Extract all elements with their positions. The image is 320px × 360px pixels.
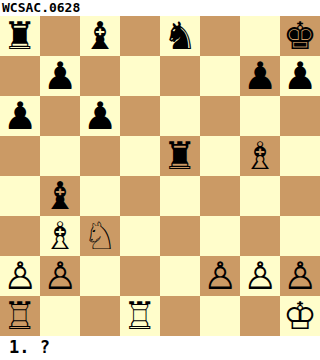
square-f8[interactable] bbox=[200, 16, 240, 56]
square-e1[interactable] bbox=[160, 296, 200, 336]
white-pawn-piece[interactable]: ♙ bbox=[43, 256, 77, 296]
square-h6[interactable] bbox=[280, 96, 320, 136]
black-knight-piece[interactable]: ♞ bbox=[163, 16, 197, 56]
square-g5[interactable]: ♗ bbox=[240, 136, 280, 176]
white-pawn-piece[interactable]: ♙ bbox=[283, 256, 317, 296]
square-a6[interactable]: ♟ bbox=[0, 96, 40, 136]
move-prompt: 1. ? bbox=[0, 336, 320, 360]
square-b5[interactable] bbox=[40, 136, 80, 176]
square-a5[interactable] bbox=[0, 136, 40, 176]
square-f7[interactable] bbox=[200, 56, 240, 96]
square-d1[interactable]: ♖ bbox=[120, 296, 160, 336]
square-f1[interactable] bbox=[200, 296, 240, 336]
white-rook-piece[interactable]: ♖ bbox=[123, 296, 157, 336]
black-pawn-piece[interactable]: ♟ bbox=[83, 96, 117, 136]
square-h7[interactable]: ♟ bbox=[280, 56, 320, 96]
square-g1[interactable] bbox=[240, 296, 280, 336]
square-d8[interactable] bbox=[120, 16, 160, 56]
white-king-piece[interactable]: ♔ bbox=[283, 296, 317, 336]
square-e7[interactable] bbox=[160, 56, 200, 96]
square-d7[interactable] bbox=[120, 56, 160, 96]
square-f4[interactable] bbox=[200, 176, 240, 216]
square-d2[interactable] bbox=[120, 256, 160, 296]
square-c7[interactable] bbox=[80, 56, 120, 96]
square-c4[interactable] bbox=[80, 176, 120, 216]
square-a2[interactable]: ♙ bbox=[0, 256, 40, 296]
black-pawn-piece[interactable]: ♟ bbox=[283, 56, 317, 96]
square-c5[interactable] bbox=[80, 136, 120, 176]
white-pawn-piece[interactable]: ♙ bbox=[3, 256, 37, 296]
white-rook-piece[interactable]: ♖ bbox=[3, 296, 37, 336]
square-c6[interactable]: ♟ bbox=[80, 96, 120, 136]
black-bishop-piece[interactable]: ♝ bbox=[83, 16, 117, 56]
square-b1[interactable] bbox=[40, 296, 80, 336]
black-rook-piece[interactable]: ♜ bbox=[3, 16, 37, 56]
square-d4[interactable] bbox=[120, 176, 160, 216]
black-pawn-piece[interactable]: ♟ bbox=[243, 56, 277, 96]
square-e2[interactable] bbox=[160, 256, 200, 296]
square-c2[interactable] bbox=[80, 256, 120, 296]
square-h2[interactable]: ♙ bbox=[280, 256, 320, 296]
square-e3[interactable] bbox=[160, 216, 200, 256]
black-pawn-piece[interactable]: ♟ bbox=[43, 56, 77, 96]
square-c1[interactable] bbox=[80, 296, 120, 336]
square-d5[interactable] bbox=[120, 136, 160, 176]
black-bishop-piece[interactable]: ♝ bbox=[43, 176, 77, 216]
square-a8[interactable]: ♜ bbox=[0, 16, 40, 56]
square-b2[interactable]: ♙ bbox=[40, 256, 80, 296]
square-h8[interactable]: ♚ bbox=[280, 16, 320, 56]
square-a7[interactable] bbox=[0, 56, 40, 96]
square-b3[interactable]: ♗ bbox=[40, 216, 80, 256]
chess-board: ♜♝♞♚♟♟♟♟♟♜♗♝♗♘♙♙♙♙♙♖♖♔ bbox=[0, 16, 320, 336]
square-c3[interactable]: ♘ bbox=[80, 216, 120, 256]
black-rook-piece[interactable]: ♜ bbox=[163, 136, 197, 176]
square-a1[interactable]: ♖ bbox=[0, 296, 40, 336]
square-e6[interactable] bbox=[160, 96, 200, 136]
square-f6[interactable] bbox=[200, 96, 240, 136]
square-h4[interactable] bbox=[280, 176, 320, 216]
white-pawn-piece[interactable]: ♙ bbox=[243, 256, 277, 296]
square-d3[interactable] bbox=[120, 216, 160, 256]
square-h5[interactable] bbox=[280, 136, 320, 176]
square-f5[interactable] bbox=[200, 136, 240, 176]
square-g6[interactable] bbox=[240, 96, 280, 136]
black-king-piece[interactable]: ♚ bbox=[283, 16, 317, 56]
white-bishop-piece[interactable]: ♗ bbox=[243, 136, 277, 176]
square-e8[interactable]: ♞ bbox=[160, 16, 200, 56]
square-g7[interactable]: ♟ bbox=[240, 56, 280, 96]
square-e4[interactable] bbox=[160, 176, 200, 216]
square-b8[interactable] bbox=[40, 16, 80, 56]
square-g4[interactable] bbox=[240, 176, 280, 216]
white-pawn-piece[interactable]: ♙ bbox=[203, 256, 237, 296]
black-pawn-piece[interactable]: ♟ bbox=[3, 96, 37, 136]
square-b6[interactable] bbox=[40, 96, 80, 136]
square-h3[interactable] bbox=[280, 216, 320, 256]
square-d6[interactable] bbox=[120, 96, 160, 136]
square-g2[interactable]: ♙ bbox=[240, 256, 280, 296]
square-c8[interactable]: ♝ bbox=[80, 16, 120, 56]
square-a3[interactable] bbox=[0, 216, 40, 256]
square-h1[interactable]: ♔ bbox=[280, 296, 320, 336]
square-g8[interactable] bbox=[240, 16, 280, 56]
window-title: WCSAC.0628 bbox=[0, 0, 320, 16]
square-g3[interactable] bbox=[240, 216, 280, 256]
square-f3[interactable] bbox=[200, 216, 240, 256]
square-a4[interactable] bbox=[0, 176, 40, 216]
square-b4[interactable]: ♝ bbox=[40, 176, 80, 216]
white-knight-piece[interactable]: ♘ bbox=[83, 216, 117, 256]
square-b7[interactable]: ♟ bbox=[40, 56, 80, 96]
square-e5[interactable]: ♜ bbox=[160, 136, 200, 176]
white-bishop-piece[interactable]: ♗ bbox=[43, 216, 77, 256]
square-f2[interactable]: ♙ bbox=[200, 256, 240, 296]
